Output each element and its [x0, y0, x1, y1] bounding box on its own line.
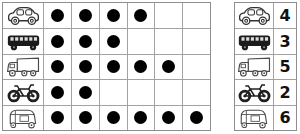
dot-cell-filled: [154, 54, 182, 79]
car-icon: [6, 4, 41, 27]
dot-cell-filled: [127, 54, 155, 79]
car-count-number: 4: [273, 3, 296, 28]
counting-dot: [51, 9, 64, 22]
bus-count-number: 3: [273, 28, 296, 53]
dot-cell-filled: [43, 28, 71, 53]
dot-cell-filled: [99, 54, 127, 79]
dot-cell-empty: [154, 79, 182, 104]
dot-cell-empty: [154, 3, 182, 28]
bus-cell: [3, 28, 43, 53]
car-answer-cell: [235, 3, 273, 28]
dot-cell-filled: [99, 28, 127, 53]
bus-icon: [6, 32, 41, 52]
dot-cell-filled: [43, 79, 71, 104]
truck-answer-cell: [235, 54, 273, 79]
counting-dot: [79, 60, 92, 73]
dot-cell-empty: [127, 28, 155, 53]
bus-answer-cell: [235, 28, 273, 53]
dot-cell-filled: [71, 79, 99, 104]
auto-rickshaw-count-number: 6: [273, 105, 296, 130]
dot-cell-filled: [43, 105, 71, 130]
counting-dot: [134, 60, 147, 73]
dot-cell-empty: [99, 79, 127, 104]
counting-dot: [134, 9, 147, 22]
dot-cell-filled: [127, 3, 155, 28]
auto-rickshaw-icon: [6, 105, 40, 130]
counting-dot: [79, 86, 92, 99]
truck-icon: [5, 55, 41, 78]
dot-cell-filled: [99, 105, 127, 130]
auto-rickshaw-icon: [237, 105, 271, 130]
dot-cell-empty: [182, 28, 210, 53]
dot-cell-empty: [182, 79, 210, 104]
auto-rickshaw-answer-cell: [235, 105, 273, 130]
bicycle-answer-cell: [235, 79, 273, 104]
truck-cell: [3, 54, 43, 79]
car-icon: [237, 4, 272, 27]
dot-cell-filled: [71, 28, 99, 53]
dot-cell-filled: [43, 3, 71, 28]
counting-dot: [107, 111, 120, 124]
auto-rickshaw-cell: [3, 105, 43, 130]
counting-dot: [107, 35, 120, 48]
dot-cell-empty: [182, 54, 210, 79]
dot-cell-empty: [127, 79, 155, 104]
counting-dot: [162, 60, 175, 73]
counting-dot: [51, 86, 64, 99]
counting-worksheet: 43526: [0, 0, 300, 134]
dot-cell-filled: [43, 54, 71, 79]
counting-dot: [51, 60, 64, 73]
car-cell: [3, 3, 43, 28]
counting-dot: [134, 111, 147, 124]
counting-dot: [190, 111, 203, 124]
dot-cell-filled: [182, 105, 210, 130]
dot-cell-filled: [71, 105, 99, 130]
dot-cell-filled: [127, 105, 155, 130]
dot-cell-filled: [154, 105, 182, 130]
counting-dot: [51, 35, 64, 48]
bicycle-cell: [3, 79, 43, 104]
dot-cell-empty: [182, 3, 210, 28]
dot-cell-filled: [71, 54, 99, 79]
counting-dot: [79, 9, 92, 22]
truck-icon: [236, 55, 272, 78]
answer-table: 43526: [234, 2, 297, 131]
dot-cell-filled: [71, 3, 99, 28]
bus-icon: [237, 32, 272, 52]
truck-count-number: 5: [273, 54, 296, 79]
dot-cell-empty: [154, 28, 182, 53]
counting-dot: [162, 111, 175, 124]
counting-dot: [79, 35, 92, 48]
dot-count-grid: [2, 2, 211, 131]
bicycle-icon: [6, 82, 41, 103]
counting-dot: [79, 111, 92, 124]
bicycle-count-number: 2: [273, 79, 296, 104]
counting-dot: [107, 9, 120, 22]
counting-dot: [51, 111, 64, 124]
counting-dot: [107, 60, 120, 73]
dot-cell-filled: [99, 3, 127, 28]
bicycle-icon: [237, 82, 272, 103]
